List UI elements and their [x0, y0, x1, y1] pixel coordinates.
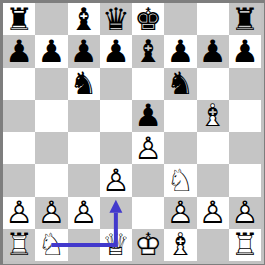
- piece-white-pawn-g2[interactable]: ♟♙: [197, 197, 229, 229]
- square-g3[interactable]: [197, 164, 229, 196]
- square-b5[interactable]: [35, 100, 67, 132]
- square-a4[interactable]: [3, 132, 35, 164]
- square-e5[interactable]: ♟: [132, 100, 164, 132]
- square-g1[interactable]: [197, 229, 229, 261]
- square-d6[interactable]: [100, 68, 132, 100]
- square-g5[interactable]: ♝♗: [197, 100, 229, 132]
- piece-white-bishop-g5[interactable]: ♝♗: [197, 100, 229, 132]
- piece-black-pawn-d7[interactable]: ♟: [100, 35, 132, 67]
- piece-black-pawn-a7[interactable]: ♟: [3, 35, 35, 67]
- piece-black-rook-h8[interactable]: ♜: [229, 3, 261, 35]
- square-d8[interactable]: ♛: [100, 3, 132, 35]
- piece-white-queen-d1[interactable]: ♛♕: [100, 229, 132, 261]
- square-f2[interactable]: ♟♙: [164, 197, 196, 229]
- square-h3[interactable]: [229, 164, 261, 196]
- square-h7[interactable]: ♟: [229, 35, 261, 67]
- piece-white-pawn-d3[interactable]: ♟♙: [100, 164, 132, 196]
- square-d4[interactable]: [100, 132, 132, 164]
- chess-board: ♜♝♛♚♜♟♟♟♟♝♟♟♟♞♞♟♝♗♟♙♟♙♞♘♟♙♟♙♟♙♟♙♟♙♟♙♜♖♞♘…: [3, 3, 261, 261]
- square-e1[interactable]: ♚♔: [132, 229, 164, 261]
- square-e8[interactable]: ♚: [132, 3, 164, 35]
- square-b4[interactable]: [35, 132, 67, 164]
- square-e4[interactable]: ♟♙: [132, 132, 164, 164]
- square-e3[interactable]: [132, 164, 164, 196]
- square-b7[interactable]: ♟: [35, 35, 67, 67]
- square-h8[interactable]: ♜: [229, 3, 261, 35]
- piece-white-pawn-c2[interactable]: ♟♙: [68, 197, 100, 229]
- square-e6[interactable]: [132, 68, 164, 100]
- piece-black-pawn-b7[interactable]: ♟: [35, 35, 67, 67]
- square-h6[interactable]: [229, 68, 261, 100]
- square-a7[interactable]: ♟: [3, 35, 35, 67]
- square-d7[interactable]: ♟: [100, 35, 132, 67]
- square-h5[interactable]: [229, 100, 261, 132]
- square-h2[interactable]: ♟♙: [229, 197, 261, 229]
- square-f5[interactable]: [164, 100, 196, 132]
- piece-black-knight-f6[interactable]: ♞: [164, 68, 196, 100]
- square-f7[interactable]: ♟: [164, 35, 196, 67]
- piece-white-pawn-b2[interactable]: ♟♙: [35, 197, 67, 229]
- square-c4[interactable]: [68, 132, 100, 164]
- square-f8[interactable]: [164, 3, 196, 35]
- square-h4[interactable]: [229, 132, 261, 164]
- piece-black-bishop-c8[interactable]: ♝: [68, 3, 100, 35]
- square-d2[interactable]: [100, 197, 132, 229]
- square-b6[interactable]: [35, 68, 67, 100]
- piece-white-pawn-a2[interactable]: ♟♙: [3, 197, 35, 229]
- square-a6[interactable]: [3, 68, 35, 100]
- square-c5[interactable]: [68, 100, 100, 132]
- piece-black-pawn-e5[interactable]: ♟: [132, 100, 164, 132]
- piece-white-rook-h1[interactable]: ♜♖: [229, 229, 261, 261]
- square-g7[interactable]: ♟: [197, 35, 229, 67]
- piece-black-queen-d8[interactable]: ♛: [100, 3, 132, 35]
- square-f4[interactable]: [164, 132, 196, 164]
- square-b1[interactable]: ♞♘: [35, 229, 67, 261]
- square-b2[interactable]: ♟♙: [35, 197, 67, 229]
- square-c2[interactable]: ♟♙: [68, 197, 100, 229]
- piece-white-rook-a1[interactable]: ♜♖: [3, 229, 35, 261]
- piece-black-bishop-e7[interactable]: ♝: [132, 35, 164, 67]
- square-c8[interactable]: ♝: [68, 3, 100, 35]
- piece-black-pawn-f7[interactable]: ♟: [164, 35, 196, 67]
- square-e2[interactable]: [132, 197, 164, 229]
- square-c7[interactable]: ♟: [68, 35, 100, 67]
- piece-white-pawn-e4[interactable]: ♟♙: [132, 132, 164, 164]
- square-c1[interactable]: [68, 229, 100, 261]
- square-g8[interactable]: [197, 3, 229, 35]
- square-f6[interactable]: ♞: [164, 68, 196, 100]
- square-a3[interactable]: [3, 164, 35, 196]
- piece-white-knight-f3[interactable]: ♞♘: [164, 164, 196, 196]
- square-b3[interactable]: [35, 164, 67, 196]
- piece-white-bishop-f1[interactable]: ♝♗: [164, 229, 196, 261]
- square-g6[interactable]: [197, 68, 229, 100]
- square-f1[interactable]: ♝♗: [164, 229, 196, 261]
- square-g4[interactable]: [197, 132, 229, 164]
- square-d5[interactable]: [100, 100, 132, 132]
- piece-black-rook-a8[interactable]: ♜: [3, 3, 35, 35]
- square-a5[interactable]: [3, 100, 35, 132]
- square-h1[interactable]: ♜♖: [229, 229, 261, 261]
- piece-white-pawn-h2[interactable]: ♟♙: [229, 197, 261, 229]
- chess-board-frame: ♜♝♛♚♜♟♟♟♟♝♟♟♟♞♞♟♝♗♟♙♟♙♞♘♟♙♟♙♟♙♟♙♟♙♟♙♜♖♞♘…: [0, 0, 265, 265]
- square-b8[interactable]: [35, 3, 67, 35]
- square-e7[interactable]: ♝: [132, 35, 164, 67]
- piece-white-king-e1[interactable]: ♚♔: [132, 229, 164, 261]
- piece-white-knight-b1[interactable]: ♞♘: [35, 229, 67, 261]
- piece-black-pawn-c7[interactable]: ♟: [68, 35, 100, 67]
- square-f3[interactable]: ♞♘: [164, 164, 196, 196]
- square-c3[interactable]: [68, 164, 100, 196]
- piece-white-pawn-f2[interactable]: ♟♙: [164, 197, 196, 229]
- piece-black-knight-c6[interactable]: ♞: [68, 68, 100, 100]
- square-a2[interactable]: ♟♙: [3, 197, 35, 229]
- piece-black-pawn-g7[interactable]: ♟: [197, 35, 229, 67]
- square-a1[interactable]: ♜♖: [3, 229, 35, 261]
- square-c6[interactable]: ♞: [68, 68, 100, 100]
- square-d3[interactable]: ♟♙: [100, 164, 132, 196]
- square-d1[interactable]: ♛♕: [100, 229, 132, 261]
- square-a8[interactable]: ♜: [3, 3, 35, 35]
- piece-black-pawn-h7[interactable]: ♟: [229, 35, 261, 67]
- square-g2[interactable]: ♟♙: [197, 197, 229, 229]
- piece-black-king-e8[interactable]: ♚: [132, 3, 164, 35]
